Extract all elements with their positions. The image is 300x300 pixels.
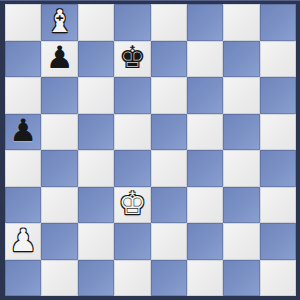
square-h8[interactable] — [260, 4, 296, 41]
square-e8[interactable] — [151, 4, 187, 41]
square-g7[interactable] — [223, 41, 259, 78]
square-c5[interactable] — [78, 114, 114, 151]
square-c6[interactable] — [78, 77, 114, 114]
square-a6[interactable] — [5, 77, 41, 114]
square-b2[interactable] — [41, 223, 77, 260]
square-d5[interactable] — [114, 114, 150, 151]
square-c3[interactable] — [78, 187, 114, 224]
square-h2[interactable] — [260, 223, 296, 260]
square-h3[interactable] — [260, 187, 296, 224]
square-f7[interactable] — [187, 41, 223, 78]
square-h7[interactable] — [260, 41, 296, 78]
square-c4[interactable] — [78, 150, 114, 187]
square-d1[interactable] — [114, 260, 150, 297]
square-f6[interactable] — [187, 77, 223, 114]
square-b1[interactable] — [41, 260, 77, 297]
white-pawn-piece[interactable]: ♟ — [9, 225, 37, 256]
square-b7[interactable]: ♟ — [41, 41, 77, 78]
square-c7[interactable] — [78, 41, 114, 78]
square-g2[interactable] — [223, 223, 259, 260]
square-g8[interactable] — [223, 4, 259, 41]
square-g6[interactable] — [223, 77, 259, 114]
square-d2[interactable] — [114, 223, 150, 260]
square-d8[interactable] — [114, 4, 150, 41]
square-g4[interactable] — [223, 150, 259, 187]
square-h1[interactable] — [260, 260, 296, 297]
square-d3[interactable]: ♚ — [114, 187, 150, 224]
square-d7[interactable]: ♚ — [114, 41, 150, 78]
square-b6[interactable] — [41, 77, 77, 114]
square-a2[interactable]: ♟ — [5, 223, 41, 260]
square-a1[interactable] — [5, 260, 41, 297]
black-king-piece[interactable]: ♚ — [118, 42, 146, 73]
square-a5[interactable]: ♟ — [5, 114, 41, 151]
white-bishop-piece[interactable]: ♝ — [46, 6, 74, 37]
square-d6[interactable] — [114, 77, 150, 114]
white-king-piece[interactable]: ♚ — [118, 188, 146, 219]
square-g1[interactable] — [223, 260, 259, 297]
square-e2[interactable] — [151, 223, 187, 260]
square-f1[interactable] — [187, 260, 223, 297]
square-e5[interactable] — [151, 114, 187, 151]
black-pawn-piece[interactable]: ♟ — [9, 115, 37, 146]
square-b4[interactable] — [41, 150, 77, 187]
square-e1[interactable] — [151, 260, 187, 297]
square-b3[interactable] — [41, 187, 77, 224]
square-c2[interactable] — [78, 223, 114, 260]
square-e7[interactable] — [151, 41, 187, 78]
board-frame: ♝♟♚♟♚♟ — [0, 0, 300, 300]
square-a8[interactable] — [5, 4, 41, 41]
square-d4[interactable] — [114, 150, 150, 187]
square-a4[interactable] — [5, 150, 41, 187]
square-c1[interactable] — [78, 260, 114, 297]
black-pawn-piece[interactable]: ♟ — [46, 42, 74, 73]
square-b8[interactable]: ♝ — [41, 4, 77, 41]
square-h6[interactable] — [260, 77, 296, 114]
square-h5[interactable] — [260, 114, 296, 151]
square-b5[interactable] — [41, 114, 77, 151]
square-f5[interactable] — [187, 114, 223, 151]
square-f8[interactable] — [187, 4, 223, 41]
square-h4[interactable] — [260, 150, 296, 187]
square-e4[interactable] — [151, 150, 187, 187]
square-g3[interactable] — [223, 187, 259, 224]
square-c8[interactable] — [78, 4, 114, 41]
chess-board: ♝♟♚♟♚♟ — [5, 4, 296, 296]
square-e3[interactable] — [151, 187, 187, 224]
square-e6[interactable] — [151, 77, 187, 114]
square-f2[interactable] — [187, 223, 223, 260]
square-g5[interactable] — [223, 114, 259, 151]
square-f3[interactable] — [187, 187, 223, 224]
square-f4[interactable] — [187, 150, 223, 187]
square-a3[interactable] — [5, 187, 41, 224]
square-a7[interactable] — [5, 41, 41, 78]
